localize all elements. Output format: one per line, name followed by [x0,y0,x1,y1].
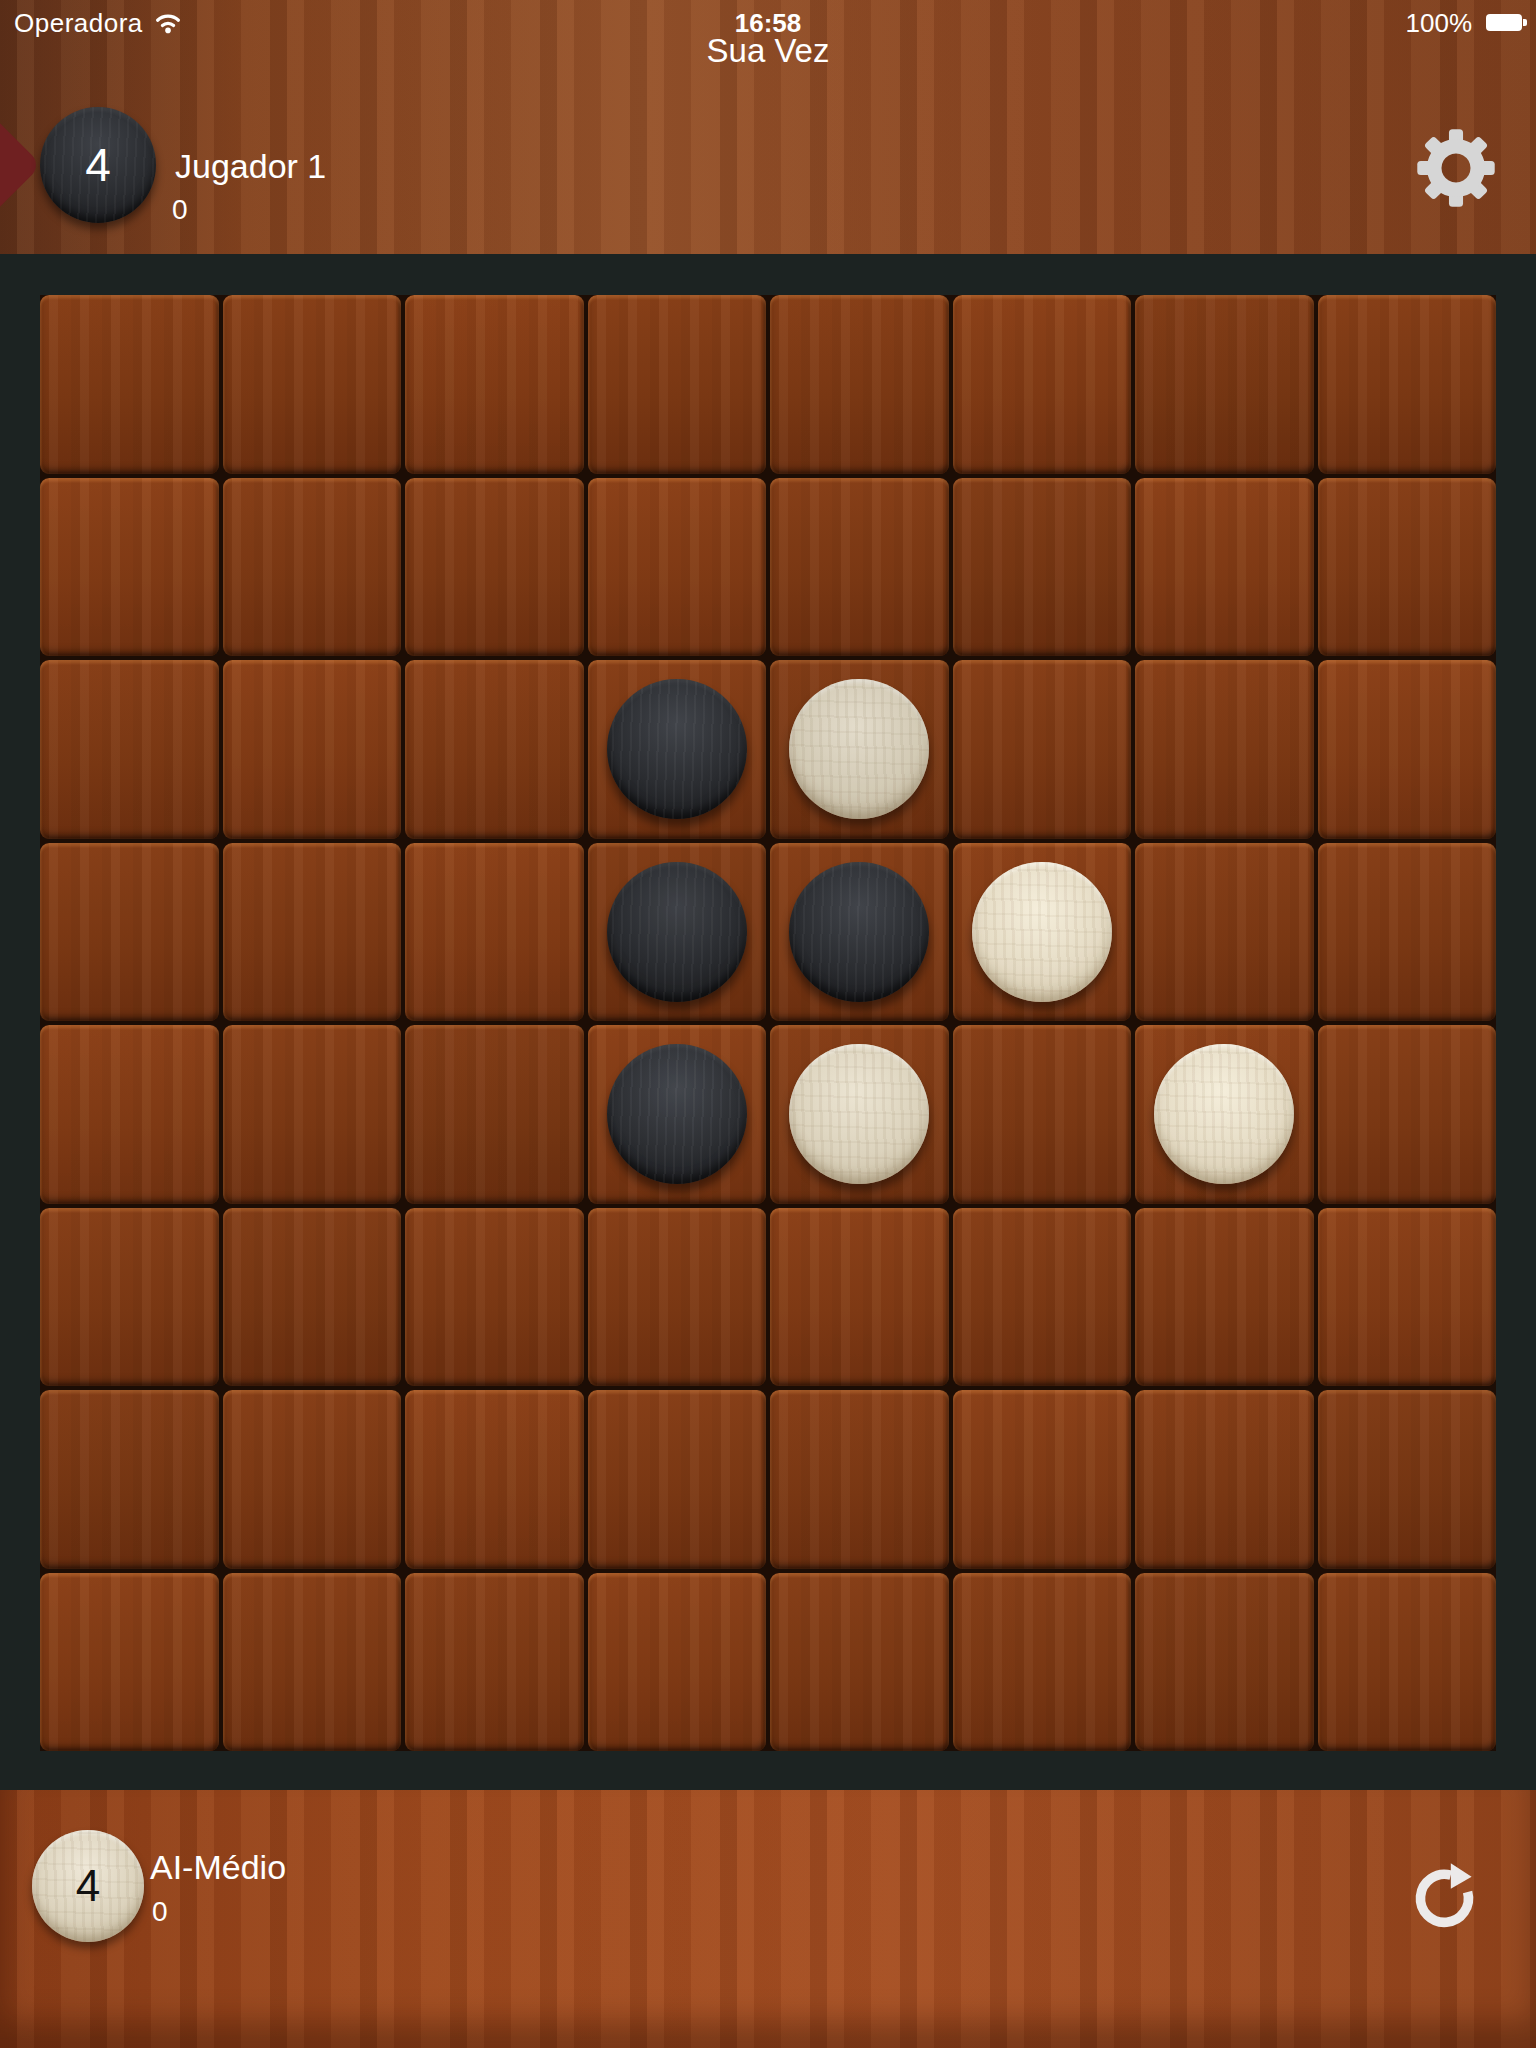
board-cell-a4[interactable] [40,843,219,1022]
board-cell-h4[interactable] [1318,843,1497,1022]
board-cell-f5[interactable] [953,1025,1132,1204]
board-cell-h8[interactable] [1318,1573,1497,1752]
board-cell-h7[interactable] [1318,1390,1497,1569]
board-cell-e7[interactable] [770,1390,949,1569]
board-cell-d8[interactable] [588,1573,767,1752]
board-cell-e6[interactable] [770,1208,949,1387]
disc-grain [789,679,929,819]
board-cell-c5[interactable] [405,1025,584,1204]
board-cell-h2[interactable] [1318,478,1497,657]
disc-grain [607,679,747,819]
board-cell-f1[interactable] [953,295,1132,474]
board-cell-a7[interactable] [40,1390,219,1569]
board-cell-d6[interactable] [588,1208,767,1387]
othello-app-screen: Operadora 16:58 100% Sua Vez 4 Jugador 1… [0,0,1536,2048]
player2-name: AI-Médio [150,1848,286,1887]
black-disc [607,679,747,819]
white-disc [789,679,929,819]
board-cell-e3[interactable] [770,660,949,839]
player2-disc: 4 [32,1830,144,1942]
board-cell-e8[interactable] [770,1573,949,1752]
restart-button[interactable] [1406,1852,1486,1932]
white-disc [1154,1044,1294,1184]
turn-indicator-arrow [0,111,42,218]
black-disc [607,1044,747,1184]
board-cell-f8[interactable] [953,1573,1132,1752]
board-cell-h3[interactable] [1318,660,1497,839]
player1-score: 0 [172,194,188,226]
othello-board [40,295,1496,1751]
board-cell-c4[interactable] [405,843,584,1022]
board-cell-b8[interactable] [223,1573,402,1752]
player1-disc-count: 4 [85,138,111,192]
board-cell-f4[interactable] [953,843,1132,1022]
board-cell-c6[interactable] [405,1208,584,1387]
board-cell-g3[interactable] [1135,660,1314,839]
board-cell-b2[interactable] [223,478,402,657]
board-frame [0,254,1536,1790]
disc-grain [607,862,747,1002]
board-cell-a1[interactable] [40,295,219,474]
board-cell-g4[interactable] [1135,843,1314,1022]
player2-score: 0 [152,1896,168,1928]
board-cell-b7[interactable] [223,1390,402,1569]
board-cell-g6[interactable] [1135,1208,1314,1387]
board-cell-f6[interactable] [953,1208,1132,1387]
disc-grain [607,1044,747,1184]
board-cell-a2[interactable] [40,478,219,657]
battery-icon [1486,14,1522,31]
board-cell-f7[interactable] [953,1390,1132,1569]
board-cell-e1[interactable] [770,295,949,474]
board-cell-e5[interactable] [770,1025,949,1204]
player1-name: Jugador 1 [175,147,326,186]
bottom-bar: 4 AI-Médio 0 [0,1790,1536,2048]
board-cell-f3[interactable] [953,660,1132,839]
white-disc [789,1044,929,1184]
board-cell-g7[interactable] [1135,1390,1314,1569]
black-disc [789,862,929,1002]
turn-title: Sua Vez [0,32,1536,70]
board-cell-c1[interactable] [405,295,584,474]
board-cell-h6[interactable] [1318,1208,1497,1387]
board-cell-a6[interactable] [40,1208,219,1387]
board-cell-b5[interactable] [223,1025,402,1204]
player1-disc: 4 [40,107,156,223]
board-cell-a8[interactable] [40,1573,219,1752]
board-cell-f2[interactable] [953,478,1132,657]
board-cell-a3[interactable] [40,660,219,839]
board-cell-b1[interactable] [223,295,402,474]
white-disc [972,862,1112,1002]
board-cell-b6[interactable] [223,1208,402,1387]
board-cell-e2[interactable] [770,478,949,657]
board-cell-d3[interactable] [588,660,767,839]
board-cell-c8[interactable] [405,1573,584,1752]
disc-grain [972,862,1112,1002]
board-cell-d1[interactable] [588,295,767,474]
board-cell-h1[interactable] [1318,295,1497,474]
board-cell-c7[interactable] [405,1390,584,1569]
board-cell-e4[interactable] [770,843,949,1022]
disc-grain [1154,1044,1294,1184]
board-cell-h5[interactable] [1318,1025,1497,1204]
board-cell-a5[interactable] [40,1025,219,1204]
player2-disc-count: 4 [76,1861,100,1911]
black-disc [607,862,747,1002]
board-cell-d4[interactable] [588,843,767,1022]
board-cell-d5[interactable] [588,1025,767,1204]
disc-grain [789,1044,929,1184]
board-cell-c2[interactable] [405,478,584,657]
board-cell-g8[interactable] [1135,1573,1314,1752]
board-cell-g2[interactable] [1135,478,1314,657]
settings-button[interactable] [1412,124,1500,212]
top-bar: Operadora 16:58 100% Sua Vez 4 Jugador 1… [0,0,1536,254]
disc-grain [789,862,929,1002]
board-cell-d7[interactable] [588,1390,767,1569]
board-cell-g1[interactable] [1135,295,1314,474]
board-cell-b3[interactable] [223,660,402,839]
board-cell-c3[interactable] [405,660,584,839]
board-cell-b4[interactable] [223,843,402,1022]
board-cell-d2[interactable] [588,478,767,657]
board-cell-g5[interactable] [1135,1025,1314,1204]
